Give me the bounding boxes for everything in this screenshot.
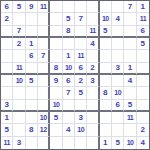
cell-r1c2[interactable]: 5 xyxy=(13,1,25,13)
cell-r1c5[interactable] xyxy=(50,1,62,13)
cell-r9c2[interactable] xyxy=(13,100,25,112)
cell-r7c11[interactable]: 4 xyxy=(124,75,136,87)
cell-r9c11[interactable]: 5 xyxy=(124,100,136,112)
cell-r11c7[interactable]: 10 xyxy=(75,124,87,136)
cell-r3c7[interactable] xyxy=(75,26,87,38)
cell-r8c6[interactable]: 7 xyxy=(63,87,75,99)
cell-r1c1[interactable]: 6 xyxy=(1,1,13,13)
cell-r6c5[interactable]: 8 xyxy=(50,63,62,75)
cell-r8c11[interactable] xyxy=(124,87,136,99)
cell-r1c3[interactable]: 9 xyxy=(26,1,38,13)
cell-r6c4[interactable] xyxy=(38,63,50,75)
cell-r11c2[interactable] xyxy=(13,124,25,136)
cell-r3c10[interactable] xyxy=(112,26,124,38)
cell-r8c9[interactable]: 8 xyxy=(100,87,112,99)
cell-r9c4[interactable] xyxy=(38,100,50,112)
cell-r9c6[interactable] xyxy=(63,100,75,112)
cell-r3c2[interactable]: 7 xyxy=(13,26,25,38)
cell-r3c3[interactable] xyxy=(26,26,38,38)
cell-r1c12[interactable]: 1 xyxy=(137,1,149,13)
cell-r4c11[interactable] xyxy=(124,38,136,50)
cell-r5c12[interactable] xyxy=(137,50,149,62)
cell-r11c5[interactable] xyxy=(50,124,62,136)
cell-r3c11[interactable] xyxy=(124,26,136,38)
cell-r11c6[interactable]: 4 xyxy=(63,124,75,136)
cell-r5c1[interactable] xyxy=(1,50,13,62)
cell-r11c11[interactable] xyxy=(124,124,136,136)
cell-r3c6[interactable]: 8 xyxy=(63,26,75,38)
cell-r3c1[interactable] xyxy=(1,26,13,38)
cell-r8c12[interactable] xyxy=(137,87,149,99)
cell-r12c3[interactable] xyxy=(26,137,38,149)
cell-r9c5[interactable]: 10 xyxy=(50,100,62,112)
cell-r12c10[interactable]: 5 xyxy=(112,137,124,149)
cell-r7c4[interactable] xyxy=(38,75,50,87)
cell-r6c9[interactable] xyxy=(100,63,112,75)
cell-r2c9[interactable]: 10 xyxy=(100,13,112,25)
cell-r9c9[interactable] xyxy=(100,100,112,112)
cell-r8c7[interactable]: 5 xyxy=(75,87,87,99)
cell-r2c4[interactable] xyxy=(38,13,50,25)
cell-r4c3[interactable]: 1 xyxy=(26,38,38,50)
cell-r12c11[interactable]: 10 xyxy=(124,137,136,149)
cell-r10c12[interactable] xyxy=(137,112,149,124)
cell-r7c9[interactable] xyxy=(100,75,112,87)
cell-r4c10[interactable] xyxy=(112,38,124,50)
cell-r4c12[interactable]: 5 xyxy=(137,38,149,50)
cell-r11c8[interactable] xyxy=(87,124,99,136)
cell-r7c10[interactable] xyxy=(112,75,124,87)
cell-r4c6[interactable] xyxy=(63,38,75,50)
cell-r4c5[interactable] xyxy=(50,38,62,50)
cell-r7c8[interactable]: 3 xyxy=(87,75,99,87)
cell-r11c3[interactable]: 8 xyxy=(26,124,38,136)
cell-r10c11[interactable]: 11 xyxy=(124,112,136,124)
cell-r10c6[interactable] xyxy=(63,112,75,124)
cell-r9c3[interactable] xyxy=(26,100,38,112)
cell-r2c11[interactable] xyxy=(124,13,136,25)
cell-r5c2[interactable] xyxy=(13,50,25,62)
cell-r2c1[interactable]: 2 xyxy=(1,13,13,25)
cell-r4c4[interactable] xyxy=(38,38,50,50)
cell-r4c2[interactable]: 2 xyxy=(13,38,25,50)
cell-r3c5[interactable] xyxy=(50,26,62,38)
cell-r8c8[interactable] xyxy=(87,87,99,99)
cell-r7c5[interactable]: 9 xyxy=(50,75,62,87)
cell-r6c2[interactable]: 11 xyxy=(13,63,25,75)
cell-r9c10[interactable]: 6 xyxy=(112,100,124,112)
cell-r10c3[interactable] xyxy=(26,112,38,124)
cell-r1c9[interactable] xyxy=(100,1,112,13)
cell-r4c9[interactable] xyxy=(100,38,112,50)
cell-r11c10[interactable] xyxy=(112,124,124,136)
cell-r6c7[interactable]: 6 xyxy=(75,63,87,75)
cell-r12c1[interactable]: 11 xyxy=(1,137,13,149)
cell-r9c8[interactable] xyxy=(87,100,99,112)
cell-r6c8[interactable]: 2 xyxy=(87,63,99,75)
cell-r3c12[interactable]: 6 xyxy=(137,26,149,38)
cell-r12c4[interactable] xyxy=(38,137,50,149)
cell-r5c5[interactable] xyxy=(50,50,62,62)
cell-r5c10[interactable] xyxy=(112,50,124,62)
cell-r6c12[interactable] xyxy=(137,63,149,75)
cell-r10c1[interactable]: 1 xyxy=(1,112,13,124)
cell-r2c10[interactable]: 4 xyxy=(112,13,124,25)
cell-r2c6[interactable]: 5 xyxy=(63,13,75,25)
cell-r11c1[interactable]: 5 xyxy=(1,124,13,136)
cell-r10c5[interactable]: 5 xyxy=(50,112,62,124)
cell-r8c5[interactable] xyxy=(50,87,62,99)
cell-r12c2[interactable]: 3 xyxy=(13,137,25,149)
cell-r8c10[interactable]: 10 xyxy=(112,87,124,99)
cell-r8c2[interactable] xyxy=(13,87,25,99)
cell-r8c4[interactable] xyxy=(38,87,50,99)
cell-r4c1[interactable] xyxy=(1,38,13,50)
cell-r3c8[interactable]: 11 xyxy=(87,26,99,38)
cell-r4c7[interactable] xyxy=(75,38,87,50)
cell-r5c9[interactable] xyxy=(100,50,112,62)
cell-r6c10[interactable]: 3 xyxy=(112,63,124,75)
cell-r1c8[interactable] xyxy=(87,1,99,13)
cell-r9c12[interactable] xyxy=(137,100,149,112)
cell-r3c9[interactable]: 5 xyxy=(100,26,112,38)
cell-r1c11[interactable]: 7 xyxy=(124,1,136,13)
cell-r1c4[interactable]: 11 xyxy=(38,1,50,13)
cell-r5c8[interactable] xyxy=(87,50,99,62)
cell-r6c1[interactable] xyxy=(1,63,13,75)
cell-r5c11[interactable] xyxy=(124,50,136,62)
cell-r1c7[interactable] xyxy=(75,1,87,13)
cell-r7c7[interactable]: 2 xyxy=(75,75,87,87)
cell-r2c5[interactable] xyxy=(50,13,62,25)
cell-r6c3[interactable] xyxy=(26,63,38,75)
cell-r6c6[interactable]: 10 xyxy=(63,63,75,75)
cell-r10c7[interactable]: 3 xyxy=(75,112,87,124)
cell-r2c12[interactable]: 11 xyxy=(137,13,149,25)
cell-r2c7[interactable]: 7 xyxy=(75,13,87,25)
cell-r10c9[interactable] xyxy=(100,112,112,124)
cell-r1c6[interactable] xyxy=(63,1,75,13)
cell-r8c1[interactable] xyxy=(1,87,13,99)
cell-r10c10[interactable] xyxy=(112,112,124,124)
sudoku-board: 6591171257104117811562145671111181062311… xyxy=(0,0,150,150)
cell-r2c8[interactable] xyxy=(87,13,99,25)
cell-r5c4[interactable]: 7 xyxy=(38,50,50,62)
cell-r10c4[interactable]: 10 xyxy=(38,112,50,124)
cell-r11c4[interactable]: 12 xyxy=(38,124,50,136)
cell-r11c12[interactable]: 2 xyxy=(137,124,149,136)
cell-r11c9[interactable] xyxy=(100,124,112,136)
cell-r5c3[interactable]: 6 xyxy=(26,50,38,62)
cell-r10c8[interactable] xyxy=(87,112,99,124)
cell-r4c8[interactable]: 4 xyxy=(87,38,99,50)
cell-r6c11[interactable]: 1 xyxy=(124,63,136,75)
cell-r2c2[interactable] xyxy=(13,13,25,25)
cell-r5c6[interactable]: 1 xyxy=(63,50,75,62)
cell-r12c6[interactable] xyxy=(63,137,75,149)
cell-r7c12[interactable] xyxy=(137,75,149,87)
cell-r3c4[interactable] xyxy=(38,26,50,38)
cell-r12c9[interactable]: 1 xyxy=(100,137,112,149)
cell-r12c7[interactable] xyxy=(75,137,87,149)
cell-r7c6[interactable]: 6 xyxy=(63,75,75,87)
cell-r12c8[interactable] xyxy=(87,137,99,149)
cell-r9c1[interactable]: 3 xyxy=(1,100,13,112)
cell-r9c7[interactable] xyxy=(75,100,87,112)
cell-r12c12[interactable]: 4 xyxy=(137,137,149,149)
cell-r2c3[interactable] xyxy=(26,13,38,25)
cell-r7c1[interactable] xyxy=(1,75,13,87)
cell-r7c2[interactable]: 10 xyxy=(13,75,25,87)
cell-r10c2[interactable] xyxy=(13,112,25,124)
cell-r5c7[interactable]: 11 xyxy=(75,50,87,62)
cell-r12c5[interactable] xyxy=(50,137,62,149)
cell-r8c3[interactable] xyxy=(26,87,38,99)
cell-r7c3[interactable]: 5 xyxy=(26,75,38,87)
cell-r1c10[interactable] xyxy=(112,1,124,13)
